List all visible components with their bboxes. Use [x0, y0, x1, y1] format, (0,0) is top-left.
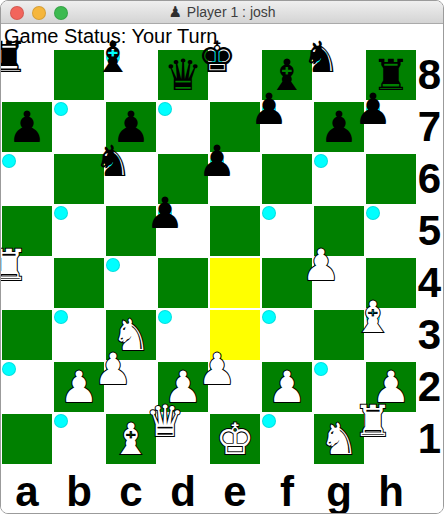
file-label-f: f: [262, 466, 312, 514]
square-h7[interactable]: ♟: [366, 102, 380, 116]
chess-app-window: ♟ Player 1 : josh Game Status: Your Turn…: [0, 0, 444, 514]
white-pawn-b2[interactable]: ♟: [60, 362, 99, 412]
square-h6[interactable]: [366, 154, 416, 204]
square-a7[interactable]: ♟: [2, 102, 52, 152]
square-a3[interactable]: [2, 310, 52, 360]
rank-label-1: 1: [417, 414, 442, 466]
file-label-a: a: [2, 466, 52, 514]
rank-label-5: 5: [417, 206, 442, 258]
square-c6[interactable]: ♞: [106, 154, 120, 168]
board-area: ♜♝♛♚♝♞♜♟♟♟♟♟♞♟♟♜♟♞♝♟♟♟♟♟♟♝♛♚♞♜ 87654321: [1, 49, 443, 466]
square-d3[interactable]: [158, 310, 172, 324]
square-f2[interactable]: ♟: [262, 362, 312, 412]
square-f5[interactable]: [262, 206, 276, 220]
square-e2[interactable]: ♟: [210, 362, 224, 376]
square-c4[interactable]: [106, 258, 120, 272]
white-bishop-h3[interactable]: ♝: [354, 292, 393, 342]
white-pawn-c2[interactable]: ♟: [94, 344, 133, 394]
pawn-icon: ♟: [168, 5, 181, 20]
square-e4[interactable]: [210, 258, 260, 308]
square-a4[interactable]: ♜: [2, 258, 16, 272]
square-b5[interactable]: [54, 206, 68, 220]
minimize-button[interactable]: [32, 6, 46, 20]
black-pawn-h7[interactable]: ♟: [354, 84, 393, 134]
square-a8[interactable]: ♜: [2, 50, 16, 64]
rank-label-8: 8: [417, 50, 442, 102]
rank-label-7: 7: [417, 102, 442, 154]
square-e1[interactable]: ♚: [210, 414, 260, 464]
file-label-g: g: [314, 466, 364, 514]
rank-label-6: 6: [417, 154, 442, 206]
traffic-lights: [10, 6, 68, 20]
rank-label-4: 4: [417, 258, 442, 310]
square-e6[interactable]: ♟: [210, 154, 224, 168]
square-h3[interactable]: ♝: [366, 310, 380, 324]
black-pawn-f7[interactable]: ♟: [250, 84, 289, 134]
white-knight-g1[interactable]: ♞: [320, 414, 359, 464]
square-c8[interactable]: ♝: [106, 50, 120, 64]
white-pawn-g4[interactable]: ♟: [302, 240, 341, 290]
square-g8[interactable]: ♞: [314, 50, 328, 64]
black-pawn-d5[interactable]: ♟: [146, 188, 185, 238]
file-label-h: h: [366, 466, 416, 514]
square-b7[interactable]: [54, 102, 68, 116]
square-d7[interactable]: [158, 102, 172, 116]
white-king-e1[interactable]: ♚: [216, 414, 255, 464]
file-label-c: c: [106, 466, 156, 514]
black-knight-g8[interactable]: ♞: [302, 32, 341, 82]
black-pawn-a7[interactable]: ♟: [8, 102, 47, 152]
zoom-button[interactable]: [54, 6, 68, 20]
square-a6[interactable]: [2, 154, 16, 168]
white-bishop-c1[interactable]: ♝: [112, 414, 151, 464]
square-b3[interactable]: [54, 310, 68, 324]
file-label-e: e: [210, 466, 260, 514]
square-b1[interactable]: [54, 414, 68, 428]
square-d1[interactable]: ♛: [158, 414, 172, 428]
black-knight-c6[interactable]: ♞: [94, 136, 133, 186]
window-title: ♟ Player 1 : josh: [168, 4, 275, 20]
square-h5[interactable]: [366, 206, 380, 220]
close-button[interactable]: [10, 6, 24, 20]
square-f1[interactable]: [262, 414, 276, 428]
file-label-b: b: [54, 466, 104, 514]
square-d5[interactable]: ♟: [158, 206, 172, 220]
square-g6[interactable]: [314, 154, 328, 168]
window-title-text: Player 1 : josh: [187, 4, 276, 20]
file-label-d: d: [158, 466, 208, 514]
white-pawn-e2[interactable]: ♟: [198, 344, 237, 394]
square-c2[interactable]: ♟: [106, 362, 120, 376]
white-rook-a4[interactable]: ♜: [0, 240, 28, 290]
black-rook-a8[interactable]: ♜: [0, 32, 28, 82]
square-b4[interactable]: [54, 258, 104, 308]
square-a1[interactable]: [2, 414, 52, 464]
rank-label-3: 3: [417, 310, 442, 362]
white-pawn-f2[interactable]: ♟: [268, 362, 307, 412]
black-king-e8[interactable]: ♚: [198, 32, 237, 82]
square-g4[interactable]: ♟: [314, 258, 328, 272]
square-f7[interactable]: ♟: [262, 102, 276, 116]
black-queen-d8[interactable]: ♛: [164, 50, 203, 100]
square-g2[interactable]: [314, 362, 328, 376]
black-bishop-c8[interactable]: ♝: [94, 32, 133, 82]
square-f3[interactable]: [262, 310, 276, 324]
square-a2[interactable]: [2, 362, 16, 376]
square-h1[interactable]: ♜: [366, 414, 380, 428]
white-queen-d1[interactable]: ♛: [146, 396, 185, 446]
chess-board: ♜♝♛♚♝♞♜♟♟♟♟♟♞♟♟♜♟♞♝♟♟♟♟♟♟♝♛♚♞♜: [1, 49, 417, 466]
square-d4[interactable]: [158, 258, 208, 308]
file-labels: abcdefgh: [1, 466, 443, 514]
title-bar[interactable]: ♟ Player 1 : josh: [1, 1, 443, 24]
white-rook-h1[interactable]: ♜: [354, 396, 393, 446]
square-e5[interactable]: [210, 206, 260, 256]
rank-label-2: 2: [417, 362, 442, 414]
square-e8[interactable]: ♚: [210, 50, 224, 64]
square-f6[interactable]: [262, 154, 312, 204]
black-pawn-e6[interactable]: ♟: [198, 136, 237, 186]
rank-labels: 87654321: [417, 49, 442, 466]
black-pawn-g7[interactable]: ♟: [320, 102, 359, 152]
